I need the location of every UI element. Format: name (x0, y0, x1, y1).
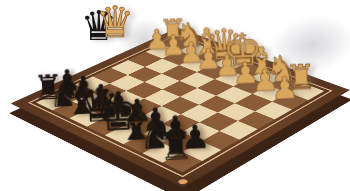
extra-white-queen: ♛ (95, 1, 135, 44)
board-perspective: ♜♞♝♛♚♝♞♜♟♟♟♟♟♟♟♟♟♟♟♟♟♟♟♟♜♞♝♛♚♝♞♜ (0, 0, 350, 191)
chess-board: ♜♞♝♛♚♝♞♜♟♟♟♟♟♟♟♟♟♟♟♟♟♟♟♟♜♞♝♛♚♝♞♜ (11, 28, 350, 188)
board-squares: ♜♞♝♛♚♝♞♜♟♟♟♟♟♟♟♟♟♟♟♟♟♟♟♟♜♞♝♛♚♝♞♜ (36, 37, 324, 172)
chess-set-photo: ♜♞♝♛♚♝♞♜♟♟♟♟♟♟♟♟♟♟♟♟♟♟♟♟♜♞♝♛♚♝♞♜ ♛ ♛ (0, 0, 350, 191)
board-frame: ♜♞♝♛♚♝♞♜♟♟♟♟♟♟♟♟♟♟♟♟♟♟♟♟♜♞♝♛♚♝♞♜ (11, 28, 350, 188)
white-pawn-glyph: ♟ (243, 71, 326, 105)
black-rook-glyph: ♜ (130, 125, 221, 167)
corner-inlay-dot (176, 178, 189, 185)
